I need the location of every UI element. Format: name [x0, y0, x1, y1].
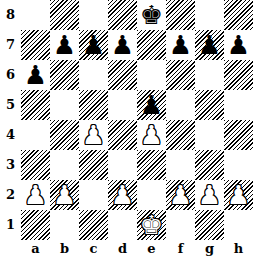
square-h3[interactable]: [224, 150, 253, 180]
square-d3[interactable]: [108, 150, 137, 180]
piece-white-pawn[interactable]: ♟: [50, 180, 79, 210]
file-labels: abcdefgh: [21, 240, 253, 260]
square-f7[interactable]: ♟: [166, 30, 195, 60]
file-label-f: f: [166, 240, 195, 260]
piece-black-king[interactable]: ♚: [137, 0, 166, 30]
square-h5[interactable]: [224, 90, 253, 120]
square-f3[interactable]: [166, 150, 195, 180]
file-label-e: e: [137, 240, 166, 260]
file-label-a: a: [21, 240, 50, 260]
rank-labels: 87654321: [0, 0, 21, 240]
piece-white-pawn[interactable]: ♟: [21, 180, 50, 210]
piece-black-pawn[interactable]: ♟: [224, 30, 253, 60]
piece-white-pawn[interactable]: ♟: [137, 120, 166, 150]
square-a2[interactable]: ♟: [21, 180, 50, 210]
square-c3[interactable]: [79, 150, 108, 180]
square-a5[interactable]: [21, 90, 50, 120]
square-e2[interactable]: [137, 180, 166, 210]
square-c6[interactable]: [79, 60, 108, 90]
piece-white-pawn[interactable]: ♟: [224, 180, 253, 210]
square-f2[interactable]: ♟: [166, 180, 195, 210]
square-e5[interactable]: ♟: [137, 90, 166, 120]
square-c1[interactable]: [79, 210, 108, 240]
piece-black-pawn[interactable]: ♟: [195, 30, 224, 60]
square-g6[interactable]: [195, 60, 224, 90]
rank-label-2: 2: [0, 180, 21, 210]
square-g8[interactable]: [195, 0, 224, 30]
square-b4[interactable]: [50, 120, 79, 150]
square-e8[interactable]: ♚: [137, 0, 166, 30]
rank-label-7: 7: [0, 30, 21, 60]
square-a6[interactable]: ♟: [21, 60, 50, 90]
square-e6[interactable]: [137, 60, 166, 90]
square-h6[interactable]: [224, 60, 253, 90]
file-label-b: b: [50, 240, 79, 260]
square-h2[interactable]: ♟: [224, 180, 253, 210]
square-d4[interactable]: [108, 120, 137, 150]
square-a7[interactable]: [21, 30, 50, 60]
square-d1[interactable]: [108, 210, 137, 240]
square-f6[interactable]: [166, 60, 195, 90]
square-h4[interactable]: [224, 120, 253, 150]
file-label-g: g: [195, 240, 224, 260]
square-b1[interactable]: [50, 210, 79, 240]
square-e7[interactable]: [137, 30, 166, 60]
piece-white-pawn[interactable]: ♟: [108, 180, 137, 210]
square-g3[interactable]: [195, 150, 224, 180]
file-label-d: d: [108, 240, 137, 260]
square-c8[interactable]: [79, 0, 108, 30]
square-e1[interactable]: ♚: [137, 210, 166, 240]
square-a8[interactable]: [21, 0, 50, 30]
square-e4[interactable]: ♟: [137, 120, 166, 150]
rank-label-4: 4: [0, 120, 21, 150]
rank-label-5: 5: [0, 90, 21, 120]
piece-white-king[interactable]: ♚: [137, 210, 166, 240]
rank-label-1: 1: [0, 210, 21, 240]
square-b2[interactable]: ♟: [50, 180, 79, 210]
square-h1[interactable]: [224, 210, 253, 240]
square-d7[interactable]: ♟: [108, 30, 137, 60]
square-d6[interactable]: [108, 60, 137, 90]
square-b7[interactable]: ♟: [50, 30, 79, 60]
rank-label-8: 8: [0, 0, 21, 30]
piece-black-pawn[interactable]: ♟: [50, 30, 79, 60]
rank-label-6: 6: [0, 60, 21, 90]
square-f1[interactable]: [166, 210, 195, 240]
square-g1[interactable]: [195, 210, 224, 240]
piece-white-pawn[interactable]: ♟: [195, 180, 224, 210]
square-a4[interactable]: [21, 120, 50, 150]
piece-white-pawn[interactable]: ♟: [166, 180, 195, 210]
square-b5[interactable]: [50, 90, 79, 120]
square-c7[interactable]: ♟: [79, 30, 108, 60]
square-c4[interactable]: ♟: [79, 120, 108, 150]
square-b8[interactable]: [50, 0, 79, 30]
piece-white-pawn[interactable]: ♟: [79, 120, 108, 150]
piece-black-pawn[interactable]: ♟: [108, 30, 137, 60]
square-c5[interactable]: [79, 90, 108, 120]
square-d8[interactable]: [108, 0, 137, 30]
chess-board[interactable]: ♚♟♟♟♟♟♟♟♟♟♟♟♟♟♟♟♟♚: [21, 0, 253, 240]
square-h8[interactable]: [224, 0, 253, 30]
square-a1[interactable]: [21, 210, 50, 240]
square-e3[interactable]: [137, 150, 166, 180]
chess-diagram: 87654321 ♚♟♟♟♟♟♟♟♟♟♟♟♟♟♟♟♟♚ abcdefgh: [0, 0, 260, 260]
square-d5[interactable]: [108, 90, 137, 120]
piece-black-pawn[interactable]: ♟: [166, 30, 195, 60]
square-f4[interactable]: [166, 120, 195, 150]
file-label-h: h: [224, 240, 253, 260]
square-g4[interactable]: [195, 120, 224, 150]
square-g5[interactable]: [195, 90, 224, 120]
square-g7[interactable]: ♟: [195, 30, 224, 60]
square-a3[interactable]: [21, 150, 50, 180]
piece-black-pawn[interactable]: ♟: [137, 90, 166, 120]
square-f5[interactable]: [166, 90, 195, 120]
piece-black-pawn[interactable]: ♟: [21, 60, 50, 90]
square-h7[interactable]: ♟: [224, 30, 253, 60]
rank-label-3: 3: [0, 150, 21, 180]
square-d2[interactable]: ♟: [108, 180, 137, 210]
piece-black-pawn[interactable]: ♟: [79, 30, 108, 60]
square-c2[interactable]: [79, 180, 108, 210]
file-label-c: c: [79, 240, 108, 260]
square-f8[interactable]: [166, 0, 195, 30]
square-b6[interactable]: [50, 60, 79, 90]
square-g2[interactable]: ♟: [195, 180, 224, 210]
square-b3[interactable]: [50, 150, 79, 180]
